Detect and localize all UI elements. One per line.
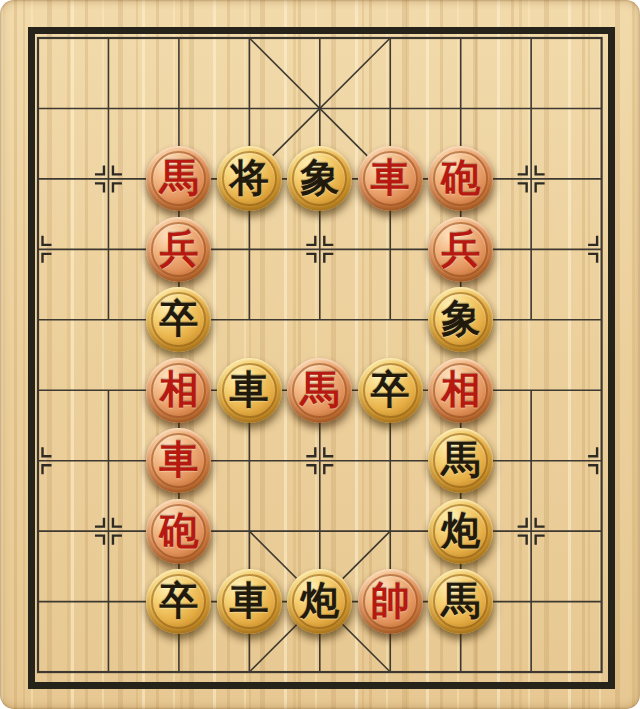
piece-character: 炮 <box>300 581 339 620</box>
piece-red-general[interactable]: 帥 <box>358 569 423 634</box>
piece-red-soldier[interactable]: 兵 <box>428 217 493 282</box>
piece-character: 砲 <box>159 511 198 550</box>
piece-character: 象 <box>300 158 339 197</box>
board-grid[interactable]: 馬将象車砲兵兵卒象相車馬卒相車馬砲炮卒車炮帥馬 <box>3 3 637 707</box>
piece-character: 兵 <box>159 229 198 268</box>
piece-red-cannon[interactable]: 砲 <box>428 146 493 211</box>
piece-character: 馬 <box>441 440 480 479</box>
piece-character: 車 <box>230 370 269 409</box>
piece-black-soldier[interactable]: 卒 <box>146 287 211 352</box>
piece-red-elephant[interactable]: 相 <box>428 358 493 423</box>
piece-red-cannon[interactable]: 砲 <box>146 499 211 564</box>
piece-black-chariot[interactable]: 車 <box>217 569 282 634</box>
piece-character: 車 <box>159 440 198 479</box>
piece-black-chariot[interactable]: 車 <box>217 358 282 423</box>
piece-red-horse[interactable]: 馬 <box>287 358 352 423</box>
piece-character: 将 <box>230 158 269 197</box>
piece-character: 馬 <box>159 158 198 197</box>
piece-black-horse[interactable]: 馬 <box>428 569 493 634</box>
piece-black-horse[interactable]: 馬 <box>428 428 493 493</box>
xiangqi-board: 馬将象車砲兵兵卒象相車馬卒相車馬砲炮卒車炮帥馬 <box>0 0 640 709</box>
piece-character: 車 <box>371 158 410 197</box>
piece-character: 相 <box>159 370 198 409</box>
piece-character: 車 <box>230 581 269 620</box>
piece-character: 砲 <box>441 158 480 197</box>
piece-character: 兵 <box>441 229 480 268</box>
piece-black-soldier[interactable]: 卒 <box>146 569 211 634</box>
piece-red-chariot[interactable]: 車 <box>358 146 423 211</box>
piece-red-chariot[interactable]: 車 <box>146 428 211 493</box>
piece-black-soldier[interactable]: 卒 <box>358 358 423 423</box>
piece-black-elephant[interactable]: 象 <box>287 146 352 211</box>
piece-character: 卒 <box>159 581 198 620</box>
piece-black-elephant[interactable]: 象 <box>428 287 493 352</box>
piece-red-elephant[interactable]: 相 <box>146 358 211 423</box>
piece-character: 馬 <box>300 370 339 409</box>
piece-character: 炮 <box>441 511 480 550</box>
piece-character: 卒 <box>371 370 410 409</box>
piece-red-soldier[interactable]: 兵 <box>146 217 211 282</box>
piece-black-cannon[interactable]: 炮 <box>287 569 352 634</box>
piece-character: 帥 <box>371 581 410 620</box>
piece-character: 卒 <box>159 299 198 338</box>
piece-black-cannon[interactable]: 炮 <box>428 499 493 564</box>
piece-black-general[interactable]: 将 <box>217 146 282 211</box>
piece-character: 象 <box>441 299 480 338</box>
piece-character: 馬 <box>441 581 480 620</box>
piece-red-horse[interactable]: 馬 <box>146 146 211 211</box>
piece-character: 相 <box>441 370 480 409</box>
